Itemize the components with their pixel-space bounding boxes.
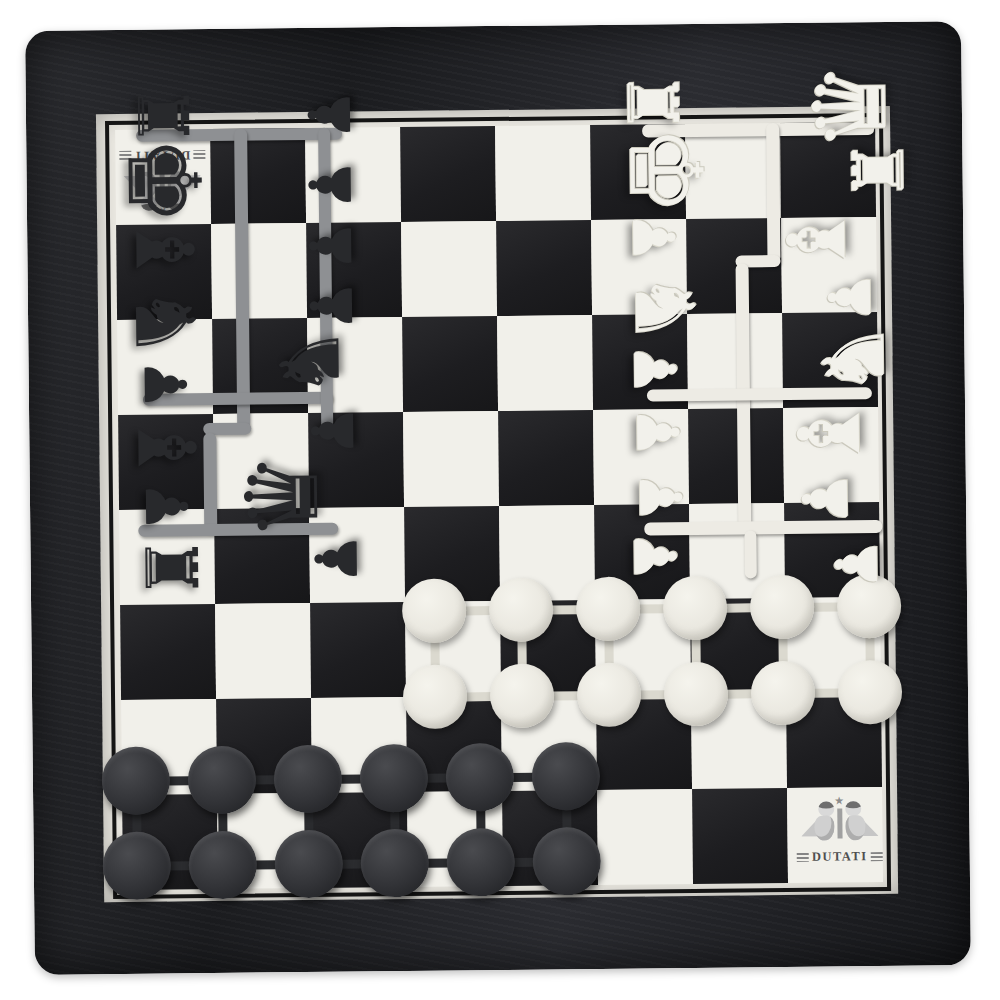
product-photo: ★ DUTATI bbox=[0, 0, 1000, 1000]
white-sprue-piece-bishop: ♝ bbox=[777, 203, 858, 276]
white-sprue-piece-pawn: ♟ bbox=[625, 343, 684, 396]
sprue-layer: ♜♚♝♞♟♝♟♜♛♟♟♟♟♞♟♟♜♚♟♞♟♟♟♟♛♜♝♟♞♝♟♟ bbox=[0, 0, 1000, 1000]
white-sprue-piece-king: ♚ bbox=[614, 125, 715, 216]
white-sprue-piece-pawn: ♟ bbox=[827, 538, 886, 591]
white-sprue-piece-rook: ♜ bbox=[843, 138, 914, 201]
white-sprue-piece-pawn: ♟ bbox=[795, 470, 858, 526]
board-tilt-wrapper: ★ DUTATI bbox=[0, 0, 1000, 1000]
black-sprue-piece-pawn: ♟ bbox=[302, 219, 361, 272]
black-sprue-runner-2 bbox=[234, 129, 250, 429]
black-sprue-piece-king: ♚ bbox=[112, 135, 213, 226]
black-sprue-piece-knight: ♞ bbox=[123, 285, 206, 359]
white-sprue-piece-knight: ♞ bbox=[811, 321, 897, 398]
white-sprue-piece-pawn: ♟ bbox=[821, 271, 880, 324]
black-sprue-piece-pawn: ♟ bbox=[136, 358, 195, 411]
white-sprue-runner-7 bbox=[744, 530, 757, 578]
white-sprue-piece-pawn: ♟ bbox=[625, 530, 684, 583]
black-sprue-piece-knight: ♞ bbox=[269, 325, 352, 399]
white-sprue-piece-pawn: ♟ bbox=[624, 211, 683, 264]
black-sprue-piece-bishop: ♝ bbox=[123, 213, 204, 286]
black-sprue-piece-rook: ♜ bbox=[134, 535, 207, 600]
black-sprue-piece-bishop: ♝ bbox=[125, 411, 206, 484]
black-sprue-piece-pawn: ♟ bbox=[304, 404, 363, 457]
white-sprue-piece-pawn: ♟ bbox=[628, 406, 687, 459]
white-sprue-piece-pawn: ♟ bbox=[631, 471, 690, 524]
white-sprue-piece-bishop: ♝ bbox=[786, 395, 872, 472]
black-sprue-piece-pawn: ♟ bbox=[301, 158, 360, 211]
black-sprue-piece-pawn: ♟ bbox=[307, 532, 366, 585]
black-sprue-piece-queen: ♛ bbox=[232, 451, 333, 542]
black-sprue-piece-pawn: ♟ bbox=[301, 88, 360, 141]
black-sprue-piece-pawn: ♟ bbox=[137, 480, 196, 533]
white-sprue-piece-knight: ♞ bbox=[623, 271, 706, 345]
